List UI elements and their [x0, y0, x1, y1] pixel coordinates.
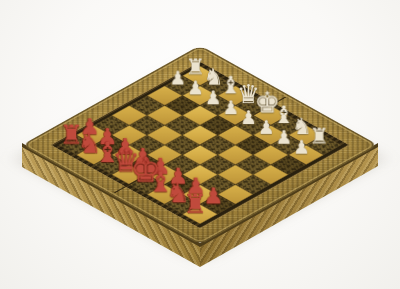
piece-red-rook[interactable]: ♜ — [183, 191, 208, 217]
piece-ivory-pawn[interactable]: ♟ — [289, 139, 314, 158]
chessboard: ♜♞♝♛♚♝♞♜♟♟♟♟♟♟♟♟♟♟♟♟♟♟♟♟♜♞♝♛♚♝♞♜ — [22, 45, 378, 244]
square-d5[interactable] — [182, 125, 217, 145]
board-gilt-border: ♜♞♝♛♚♝♞♜♟♟♟♟♟♟♟♟♟♟♟♟♟♟♟♟♜♞♝♛♚♝♞♜ — [22, 45, 378, 244]
photo-scene: ♜♞♝♛♚♝♞♜♟♟♟♟♟♟♟♟♟♟♟♟♟♟♟♟♜♞♝♛♚♝♞♜ — [0, 0, 400, 289]
